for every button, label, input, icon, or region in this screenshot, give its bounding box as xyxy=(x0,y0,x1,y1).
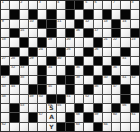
cell-r5c2[interactable] xyxy=(10,38,18,46)
cell-r7c2[interactable]: 28 xyxy=(10,57,18,65)
cell-r14c1[interactable]: 62 xyxy=(1,123,9,131)
black-cell-r3c5 xyxy=(38,20,46,28)
black-cell-r2c6 xyxy=(47,10,55,18)
cell-r9c12[interactable]: 40 xyxy=(103,76,111,84)
cell-r6c9[interactable] xyxy=(75,48,83,56)
cell-r12c14[interactable]: 56 xyxy=(121,104,129,112)
cell-r12c6[interactable]: 54S xyxy=(47,104,55,112)
black-cell-r12c15 xyxy=(131,104,139,112)
clue-number: 3 xyxy=(39,1,41,5)
cell-r5c7[interactable] xyxy=(57,38,65,46)
clue-number: 15 xyxy=(20,29,24,33)
cell-r9c9[interactable]: 39 xyxy=(75,76,83,84)
clue-number: 55 xyxy=(57,104,61,108)
cell-r13c13[interactable]: 60 xyxy=(112,113,120,121)
cell-r5c9[interactable] xyxy=(75,38,83,46)
black-cell-r9c2 xyxy=(10,76,18,84)
cell-r11c13[interactable] xyxy=(112,95,120,103)
black-cell-r3c6 xyxy=(47,20,55,28)
black-cell-r4c10 xyxy=(84,29,92,37)
cell-r10c7[interactable] xyxy=(57,85,65,93)
cell-r11c9[interactable] xyxy=(75,95,83,103)
cell-r14c13[interactable] xyxy=(112,123,120,131)
cell-r1c6[interactable] xyxy=(47,1,55,9)
cell-r1c10[interactable]: 5 xyxy=(84,1,92,9)
entered-letter: S xyxy=(47,104,55,112)
clue-number: 11 xyxy=(57,20,61,24)
cell-r1c11[interactable]: 6 xyxy=(94,1,102,9)
cell-r8c14[interactable] xyxy=(121,66,129,74)
cell-r3c8[interactable] xyxy=(66,20,74,28)
clue-number: 46 xyxy=(94,85,98,89)
black-cell-r8c10 xyxy=(84,66,92,74)
clue-number: 60 xyxy=(113,113,117,117)
cell-r10c3[interactable] xyxy=(20,85,28,93)
clue-number: 31 xyxy=(122,57,126,61)
clue-number: 21 xyxy=(103,38,107,42)
cell-r5c10[interactable] xyxy=(84,38,92,46)
cell-r13c5[interactable]: 57 xyxy=(38,113,46,121)
clue-number: 44 xyxy=(11,85,15,89)
black-cell-r9c5 xyxy=(38,76,46,84)
cell-r4c4[interactable] xyxy=(29,29,37,37)
cell-r2c9[interactable] xyxy=(75,10,83,18)
clue-number: 18 xyxy=(2,38,6,42)
cell-r12c12[interactable] xyxy=(103,104,111,112)
cell-r9c1[interactable]: 37 xyxy=(1,76,9,84)
clue-number: 24 xyxy=(39,48,43,52)
cell-r10c11[interactable]: 46 xyxy=(94,85,102,93)
cell-r1c7[interactable]: 4 xyxy=(57,1,65,9)
entered-letter: Y xyxy=(47,123,55,131)
cell-r5c4[interactable] xyxy=(29,38,37,46)
cell-r9c15[interactable]: 42 xyxy=(131,76,139,84)
black-cell-r6c4 xyxy=(29,48,37,56)
cell-r6c12[interactable] xyxy=(103,48,111,56)
clue-number: 13 xyxy=(103,20,107,24)
black-cell-r10c14 xyxy=(121,85,129,93)
cell-r10c12[interactable] xyxy=(103,85,111,93)
clue-number: 63 xyxy=(76,123,80,127)
black-cell-r14c11 xyxy=(94,123,102,131)
black-cell-r12c9 xyxy=(75,104,83,112)
cell-r10c2[interactable]: 44 xyxy=(10,85,18,93)
black-cell-r7c13 xyxy=(112,57,120,65)
black-cell-r12c13 xyxy=(112,104,120,112)
cell-r11c15[interactable] xyxy=(131,95,139,103)
black-cell-r11c6 xyxy=(47,95,55,103)
black-cell-r12c11 xyxy=(94,104,102,112)
entered-letter: A xyxy=(47,113,55,121)
black-cell-r4c15 xyxy=(131,29,139,37)
cell-r1c13[interactable]: 7 xyxy=(112,1,120,9)
clue-number: 27 xyxy=(2,57,6,61)
cell-r7c7[interactable]: 30 xyxy=(57,57,65,65)
cell-r4c9[interactable]: 16 xyxy=(75,29,83,37)
cell-r14c10[interactable] xyxy=(84,123,92,131)
cell-r8c2[interactable]: 32 xyxy=(10,66,18,74)
cell-r10c15[interactable] xyxy=(131,85,139,93)
black-cell-r5c3 xyxy=(20,38,28,46)
cell-r3c2[interactable] xyxy=(10,20,18,28)
cell-r11c5[interactable]: 50 xyxy=(38,95,46,103)
black-cell-r10c4 xyxy=(29,85,37,93)
cell-r4c14[interactable] xyxy=(121,29,129,37)
cell-r3c12[interactable]: 13 xyxy=(103,20,111,28)
clue-number: 47 xyxy=(113,85,117,89)
clue-number: 50 xyxy=(39,95,43,99)
clue-number: 58 xyxy=(76,113,80,117)
cell-r13c9[interactable]: 58 xyxy=(75,113,83,121)
cell-r6c8[interactable]: 25 xyxy=(66,48,74,56)
cell-r4c3[interactable]: 15 xyxy=(20,29,28,37)
cell-r7c12[interactable] xyxy=(103,57,111,65)
cell-r3c11[interactable] xyxy=(94,20,102,28)
cell-r3c4[interactable]: 10 xyxy=(29,20,37,28)
cell-r12c1[interactable] xyxy=(1,104,9,112)
cell-r1c5[interactable]: 3 xyxy=(38,1,46,9)
cell-r7c8[interactable] xyxy=(66,57,74,65)
black-cell-r2c4 xyxy=(29,10,37,18)
cell-r11c11[interactable] xyxy=(94,95,102,103)
clue-number: 37 xyxy=(2,76,6,80)
clue-number: 52 xyxy=(85,95,89,99)
cell-r6c6[interactable] xyxy=(47,48,55,56)
black-cell-r8c8 xyxy=(66,66,74,74)
cell-r3c1[interactable]: 9 xyxy=(1,20,9,28)
cell-r12c4[interactable] xyxy=(29,104,37,112)
black-cell-r9c7 xyxy=(57,76,65,84)
cell-r2c5[interactable] xyxy=(38,10,46,18)
cell-r3c10[interactable]: 12 xyxy=(84,20,92,28)
black-cell-r13c10 xyxy=(84,113,92,121)
black-cell-r6c14 xyxy=(121,48,129,56)
cell-r13c6[interactable]: A xyxy=(47,113,55,121)
cell-r11c4[interactable]: 49 xyxy=(29,95,37,103)
black-cell-r9c8 xyxy=(66,76,74,84)
cell-r1c2[interactable] xyxy=(10,1,18,9)
cell-r8c7[interactable] xyxy=(57,66,65,74)
clue-number: 1 xyxy=(2,1,4,5)
clue-number: 22 xyxy=(113,38,117,42)
cell-r8c6[interactable]: 34 xyxy=(47,66,55,74)
black-cell-r8c1 xyxy=(1,66,9,74)
black-cell-r4c6 xyxy=(47,29,55,37)
clue-number: 12 xyxy=(85,20,89,24)
cell-r4c1[interactable] xyxy=(1,29,9,37)
clue-number: 20 xyxy=(66,38,70,42)
cell-r13c7[interactable] xyxy=(57,113,65,121)
cell-r8c11[interactable] xyxy=(94,66,102,74)
cell-r1c12[interactable] xyxy=(103,1,111,9)
cell-r14c6[interactable]: Y xyxy=(47,123,55,131)
cell-r1c4[interactable] xyxy=(29,1,37,9)
black-cell-r10c10 xyxy=(84,85,92,93)
black-cell-r4c13 xyxy=(112,29,120,37)
cell-r9c3[interactable]: 38 xyxy=(20,76,28,84)
cell-r6c5[interactable]: 24 xyxy=(38,48,46,56)
cell-r3c3[interactable] xyxy=(20,20,28,28)
cell-r8c4[interactable] xyxy=(29,66,37,74)
cell-r6c3[interactable] xyxy=(20,48,28,56)
clue-number: 61 xyxy=(131,113,135,117)
cell-r9c6[interactable] xyxy=(47,76,55,84)
cell-r12c3[interactable]: 53 xyxy=(20,104,28,112)
cell-r5c14[interactable] xyxy=(121,38,129,46)
cell-r10c13[interactable]: 47 xyxy=(112,85,120,93)
cell-r14c15[interactable] xyxy=(131,123,139,131)
black-cell-r5c5 xyxy=(38,38,46,46)
black-cell-r7c11 xyxy=(94,57,102,65)
cell-r10c6[interactable]: 45 xyxy=(47,85,55,93)
black-cell-r3c9 xyxy=(75,20,83,28)
cell-r5c6[interactable]: 19 xyxy=(47,38,55,46)
cell-r11c8[interactable]: 51 xyxy=(66,95,74,103)
black-cell-r2c14 xyxy=(121,10,129,18)
black-cell-r2c10 xyxy=(84,10,92,18)
black-cell-r2c8 xyxy=(66,10,74,18)
clue-number: 25 xyxy=(66,48,70,52)
cell-r4c12[interactable] xyxy=(103,29,111,37)
cell-r7c1[interactable]: 27 xyxy=(1,57,9,65)
clue-number: 57 xyxy=(39,113,43,117)
cell-r7c10[interactable] xyxy=(84,57,92,65)
clue-number: 17 xyxy=(94,29,98,33)
cell-r6c13[interactable] xyxy=(112,48,120,56)
black-cell-r7c9 xyxy=(75,57,83,65)
clue-number: 42 xyxy=(131,76,135,80)
cell-r10c9[interactable] xyxy=(75,85,83,93)
clue-number: 35 xyxy=(76,66,80,70)
black-cell-r6c10 xyxy=(84,48,92,56)
cell-r13c14[interactable] xyxy=(121,113,129,121)
cell-r6c11[interactable]: 26 xyxy=(94,48,102,56)
cell-r13c11[interactable]: 59 xyxy=(94,113,102,121)
cell-r13c12[interactable] xyxy=(103,113,111,121)
black-cell-r9c11 xyxy=(94,76,102,84)
cell-r13c3[interactable] xyxy=(20,113,28,121)
black-cell-r11c7 xyxy=(57,95,65,103)
cell-r11c1[interactable]: 48 xyxy=(1,95,9,103)
clue-number: 41 xyxy=(122,76,126,80)
clue-number: 14 xyxy=(122,20,126,24)
cell-r14c9[interactable]: 63 xyxy=(75,123,83,131)
clue-number: 8 xyxy=(131,1,133,5)
black-cell-r8c15 xyxy=(131,66,139,74)
clue-number: 62 xyxy=(2,123,6,127)
cell-r9c4[interactable] xyxy=(29,76,37,84)
cell-r6c1[interactable] xyxy=(1,48,9,56)
cell-r8c3[interactable]: 33 xyxy=(20,66,28,74)
clue-number: 36 xyxy=(113,66,117,70)
black-cell-r14c8 xyxy=(66,123,74,131)
clue-number: 45 xyxy=(48,85,52,89)
black-cell-r13c4 xyxy=(29,113,37,121)
cell-r1c3[interactable]: 2 xyxy=(20,1,28,9)
black-cell-r7c3 xyxy=(20,57,28,65)
black-cell-r8c5 xyxy=(38,66,46,74)
black-cell-r2c12 xyxy=(103,10,111,18)
clue-number: 39 xyxy=(76,76,80,80)
cell-r3c7[interactable]: 11 xyxy=(57,20,65,28)
cell-r14c5[interactable] xyxy=(38,123,46,131)
clue-number: 43 xyxy=(2,85,6,89)
clue-number: 33 xyxy=(20,66,24,70)
clue-number: 7 xyxy=(113,1,115,5)
cell-r6c15[interactable] xyxy=(131,48,139,56)
black-cell-r11c14 xyxy=(121,95,129,103)
clue-number: 10 xyxy=(29,20,33,24)
black-cell-r13c2 xyxy=(10,113,18,121)
cell-r5c12[interactable]: 21 xyxy=(103,38,111,46)
black-cell-r12c2 xyxy=(10,104,18,112)
clue-number: 9 xyxy=(2,20,4,24)
crossword-grid: 1234567891011121314151617181920212223242… xyxy=(0,0,140,132)
cell-r12c10[interactable] xyxy=(84,104,92,112)
clue-number: 16 xyxy=(76,29,80,33)
cell-r11c12[interactable] xyxy=(103,95,111,103)
black-cell-r4c2 xyxy=(10,29,18,37)
cell-r5c1[interactable]: 18 xyxy=(1,38,9,46)
black-cell-r4c8 xyxy=(66,29,74,37)
cell-r1c1[interactable]: 1 xyxy=(1,1,9,9)
clue-number: 29 xyxy=(29,57,33,61)
clue-number: 53 xyxy=(20,104,24,108)
cell-r9c14[interactable]: 41 xyxy=(121,76,129,84)
clue-number: 19 xyxy=(48,38,52,42)
cell-r7c15[interactable] xyxy=(131,57,139,65)
clue-number: 6 xyxy=(94,1,96,5)
black-cell-r3c13 xyxy=(112,20,120,28)
clue-number: 56 xyxy=(122,104,126,108)
black-cell-r10c8 xyxy=(66,85,74,93)
black-cell-r1c9 xyxy=(75,1,83,9)
cell-r4c7[interactable] xyxy=(57,29,65,37)
cell-r10c1[interactable]: 43 xyxy=(1,85,9,93)
cell-r2c3[interactable] xyxy=(20,10,28,18)
clue-number: 34 xyxy=(48,66,52,70)
cell-r14c12[interactable]: 64 xyxy=(103,123,111,131)
cell-r8c9[interactable]: 35 xyxy=(75,66,83,74)
cell-r4c11[interactable]: 17 xyxy=(94,29,102,37)
clue-number: 40 xyxy=(103,76,107,80)
clue-number: 32 xyxy=(11,66,15,70)
black-cell-r6c7 xyxy=(57,48,65,56)
cell-r3c14[interactable]: 14 xyxy=(121,20,129,28)
clue-number: 28 xyxy=(11,57,15,61)
black-cell-r1c8 xyxy=(66,1,74,9)
black-cell-r14c7 xyxy=(57,123,65,131)
cell-r14c3[interactable] xyxy=(20,123,28,131)
cell-r9c10[interactable] xyxy=(84,76,92,84)
cell-r2c13[interactable] xyxy=(112,10,120,18)
cell-r12c5[interactable] xyxy=(38,104,46,112)
black-cell-r9c13 xyxy=(112,76,120,84)
clue-number: 26 xyxy=(94,48,98,52)
clue-number: 30 xyxy=(57,57,61,61)
cell-r1c15[interactable]: 8 xyxy=(131,1,139,9)
clue-number: 38 xyxy=(20,76,24,80)
cell-r13c15[interactable]: 61 xyxy=(131,113,139,121)
black-cell-r13c8 xyxy=(66,113,74,121)
clue-number: 51 xyxy=(66,95,70,99)
cell-r11c3[interactable] xyxy=(20,95,28,103)
black-cell-r7c6 xyxy=(47,57,55,65)
cell-r2c7[interactable] xyxy=(57,10,65,18)
cell-r12c8[interactable] xyxy=(66,104,74,112)
cell-r5c13[interactable]: 22 xyxy=(112,38,120,46)
clue-number: 59 xyxy=(94,113,98,117)
cell-r7c5[interactable] xyxy=(38,57,46,65)
cell-r5c15[interactable]: 23 xyxy=(131,38,139,46)
cell-r2c11[interactable] xyxy=(94,10,102,18)
cell-r11c10[interactable]: 52 xyxy=(84,95,92,103)
clue-number: 23 xyxy=(131,38,135,42)
clue-number: 2 xyxy=(20,1,22,5)
clue-number: 49 xyxy=(29,95,33,99)
cell-r14c14[interactable] xyxy=(121,123,129,131)
cell-r1c14[interactable] xyxy=(121,1,129,9)
black-cell-r5c11 xyxy=(94,38,102,46)
cell-r4c5[interactable] xyxy=(38,29,46,37)
cell-r2c1[interactable] xyxy=(1,10,9,18)
cell-r7c4[interactable]: 29 xyxy=(29,57,37,65)
clue-number: 4 xyxy=(57,1,59,5)
cell-r14c4[interactable] xyxy=(29,123,37,131)
cell-r8c13[interactable]: 36 xyxy=(112,66,120,74)
clue-number: 5 xyxy=(85,1,87,5)
cell-r3c15[interactable] xyxy=(131,20,139,28)
cell-r7c14[interactable]: 31 xyxy=(121,57,129,65)
cell-r14c2[interactable] xyxy=(10,123,18,131)
cell-r12c7[interactable]: 55 xyxy=(57,104,65,112)
clue-number: 64 xyxy=(103,123,107,127)
black-cell-r10c5 xyxy=(38,85,46,93)
black-cell-r2c2 xyxy=(10,10,18,18)
cell-r2c15[interactable] xyxy=(131,10,139,18)
black-cell-r6c2 xyxy=(10,48,18,56)
cell-r11c2[interactable] xyxy=(10,95,18,103)
cell-r13c1[interactable] xyxy=(1,113,9,121)
black-cell-r8c12 xyxy=(103,66,111,74)
cell-r5c8[interactable]: 20 xyxy=(66,38,74,46)
clue-number: 48 xyxy=(2,95,6,99)
